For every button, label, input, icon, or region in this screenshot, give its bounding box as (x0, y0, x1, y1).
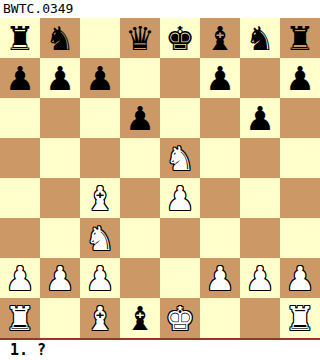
square-a7[interactable]: ♟ (0, 58, 40, 98)
square-b1[interactable] (40, 298, 80, 338)
square-f7[interactable]: ♟ (200, 58, 240, 98)
square-f2[interactable]: ♟ (200, 258, 240, 298)
piece-black-queen: ♛ (120, 18, 160, 58)
square-b7[interactable]: ♟ (40, 58, 80, 98)
square-g6[interactable]: ♟ (240, 98, 280, 138)
header-bar: BWTC.0349 (0, 0, 320, 18)
move-prompt: 1. ? (0, 340, 320, 360)
piece-white-rook: ♜ (280, 298, 320, 338)
piece-white-bishop: ♝ (80, 178, 120, 218)
square-c8[interactable] (80, 18, 120, 58)
square-d4[interactable] (120, 178, 160, 218)
piece-black-knight: ♞ (40, 18, 80, 58)
piece-white-knight: ♞ (80, 218, 120, 258)
square-g2[interactable]: ♟ (240, 258, 280, 298)
square-d3[interactable] (120, 218, 160, 258)
square-f5[interactable] (200, 138, 240, 178)
square-b3[interactable] (40, 218, 80, 258)
square-e4[interactable]: ♟ (160, 178, 200, 218)
square-e1[interactable]: ♚ (160, 298, 200, 338)
square-a2[interactable]: ♟ (0, 258, 40, 298)
square-c1[interactable]: ♝ (80, 298, 120, 338)
square-e3[interactable] (160, 218, 200, 258)
square-e2[interactable] (160, 258, 200, 298)
square-g8[interactable]: ♞ (240, 18, 280, 58)
piece-black-king: ♚ (160, 18, 200, 58)
square-c5[interactable] (80, 138, 120, 178)
square-a6[interactable] (0, 98, 40, 138)
piece-black-pawn: ♟ (200, 58, 240, 98)
square-h8[interactable]: ♜ (280, 18, 320, 58)
square-f8[interactable]: ♝ (200, 18, 240, 58)
square-h7[interactable]: ♟ (280, 58, 320, 98)
piece-black-bishop: ♝ (200, 18, 240, 58)
piece-white-pawn: ♟ (80, 258, 120, 298)
square-h5[interactable] (280, 138, 320, 178)
square-f1[interactable] (200, 298, 240, 338)
square-e6[interactable] (160, 98, 200, 138)
square-d5[interactable] (120, 138, 160, 178)
square-g7[interactable] (240, 58, 280, 98)
square-h6[interactable] (280, 98, 320, 138)
square-a1[interactable]: ♜ (0, 298, 40, 338)
square-a8[interactable]: ♜ (0, 18, 40, 58)
square-b2[interactable]: ♟ (40, 258, 80, 298)
square-c7[interactable]: ♟ (80, 58, 120, 98)
square-d7[interactable] (120, 58, 160, 98)
piece-black-pawn: ♟ (120, 98, 160, 138)
square-c3[interactable]: ♞ (80, 218, 120, 258)
piece-white-king: ♚ (160, 298, 200, 338)
piece-black-rook: ♜ (0, 18, 40, 58)
square-e7[interactable] (160, 58, 200, 98)
square-d2[interactable] (120, 258, 160, 298)
piece-white-pawn: ♟ (0, 258, 40, 298)
square-b5[interactable] (40, 138, 80, 178)
piece-white-pawn: ♟ (160, 178, 200, 218)
square-c2[interactable]: ♟ (80, 258, 120, 298)
square-h2[interactable]: ♟ (280, 258, 320, 298)
puzzle-id: BWTC.0349 (0, 0, 320, 17)
square-a5[interactable] (0, 138, 40, 178)
square-d8[interactable]: ♛ (120, 18, 160, 58)
piece-white-rook: ♜ (0, 298, 40, 338)
square-h4[interactable] (280, 178, 320, 218)
square-c6[interactable] (80, 98, 120, 138)
piece-black-pawn: ♟ (40, 58, 80, 98)
piece-black-bishop: ♝ (120, 298, 160, 338)
piece-black-knight: ♞ (240, 18, 280, 58)
square-c4[interactable]: ♝ (80, 178, 120, 218)
piece-black-rook: ♜ (280, 18, 320, 58)
square-f6[interactable] (200, 98, 240, 138)
square-f3[interactable] (200, 218, 240, 258)
piece-white-pawn: ♟ (40, 258, 80, 298)
square-h3[interactable] (280, 218, 320, 258)
square-g1[interactable] (240, 298, 280, 338)
square-g5[interactable] (240, 138, 280, 178)
square-b8[interactable]: ♞ (40, 18, 80, 58)
square-a4[interactable] (0, 178, 40, 218)
piece-black-pawn: ♟ (280, 58, 320, 98)
square-h1[interactable]: ♜ (280, 298, 320, 338)
piece-white-pawn: ♟ (200, 258, 240, 298)
piece-black-pawn: ♟ (80, 58, 120, 98)
square-d6[interactable]: ♟ (120, 98, 160, 138)
square-d1[interactable]: ♝ (120, 298, 160, 338)
footer-bar: 1. ? (0, 340, 320, 360)
square-a3[interactable] (0, 218, 40, 258)
square-e5[interactable]: ♞ (160, 138, 200, 178)
piece-white-bishop: ♝ (80, 298, 120, 338)
square-f4[interactable] (200, 178, 240, 218)
piece-white-pawn: ♟ (280, 258, 320, 298)
piece-black-pawn: ♟ (0, 58, 40, 98)
square-g4[interactable] (240, 178, 280, 218)
piece-white-pawn: ♟ (240, 258, 280, 298)
piece-black-pawn: ♟ (240, 98, 280, 138)
square-g3[interactable] (240, 218, 280, 258)
square-e8[interactable]: ♚ (160, 18, 200, 58)
piece-white-knight: ♞ (160, 138, 200, 178)
square-b6[interactable] (40, 98, 80, 138)
chess-board: ♜♞♛♚♝♞♜♟♟♟♟♟♟♟♞♝♟♞♟♟♟♟♟♟♜♝♝♚♜ (0, 18, 320, 338)
square-b4[interactable] (40, 178, 80, 218)
